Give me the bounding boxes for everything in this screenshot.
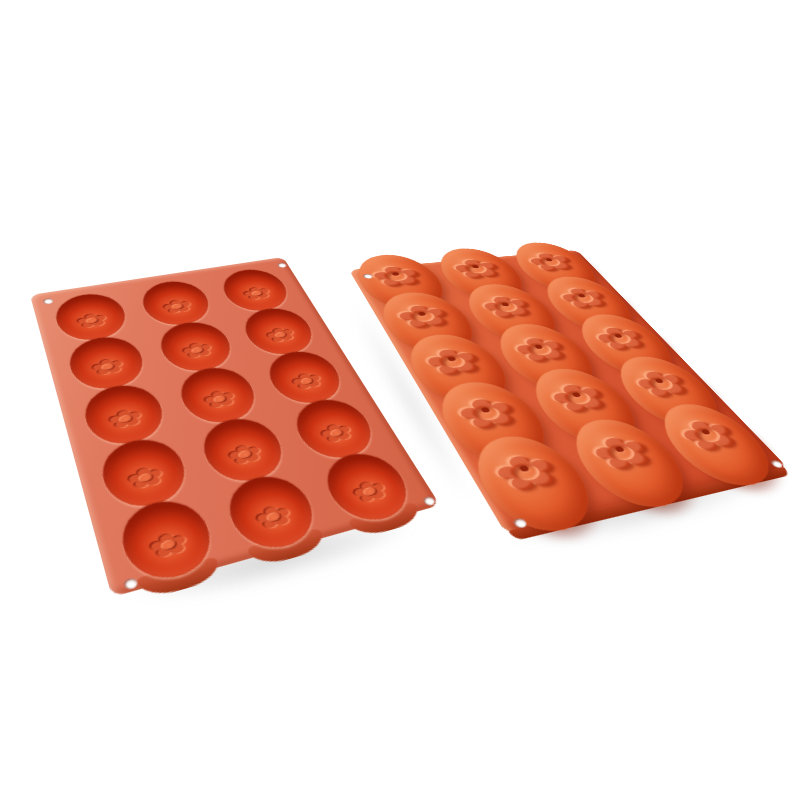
flower-cavity: ✿ (173, 363, 265, 429)
flower-cavity: ✿ (215, 266, 295, 315)
flower-relief-icon: ✿ (145, 527, 193, 565)
flower-relief-icon: ✿ (316, 420, 359, 448)
flower-relief-icon: ✿ (240, 284, 276, 303)
flower-cavity: ✿ (236, 304, 321, 359)
flower-relief-icon: ✿ (416, 342, 491, 382)
flower-relief-icon: ✿ (262, 324, 300, 346)
flower-relief-icon: ✿ (668, 412, 750, 459)
flower-relief-icon: ✿ (585, 321, 656, 356)
flower-relief-icon: ✿ (160, 297, 196, 318)
flower-relief-icon: ✿ (200, 387, 241, 413)
flower-relief-icon: ✿ (483, 445, 570, 500)
corner-hanging-hole (277, 262, 288, 268)
flower-relief-icon: ✿ (347, 476, 393, 508)
flower-relief-icon: ✿ (624, 364, 700, 405)
flower-relief-icon: ✿ (447, 390, 527, 437)
flower-relief-icon: ✿ (251, 500, 298, 535)
flower-cavity: ✿ (64, 333, 151, 395)
flower-relief-icon: ✿ (551, 283, 617, 314)
corner-hanging-hole (42, 298, 53, 305)
flower-relief-icon: ✿ (520, 249, 583, 276)
flower-relief-icon: ✿ (287, 369, 327, 394)
flower-relief-icon: ✿ (540, 377, 618, 420)
corner-hanging-hole (422, 496, 437, 507)
flower-cavity: ✿ (51, 290, 133, 345)
flower-cavity: ✿ (153, 318, 239, 376)
flower-relief-icon: ✿ (364, 261, 430, 291)
flower-cavity: ✿ (78, 380, 171, 451)
product-photo-scene: ✿✿✿✿✿✿✿✿✿✿✿✿✿✿✿ ✿✿✿✿✿✿✿✿✿✿✿✿✿✿✿ (0, 0, 800, 800)
flower-relief-icon: ✿ (224, 440, 268, 470)
flower-relief-icon: ✿ (89, 355, 128, 380)
flower-cavity: ✿ (95, 433, 195, 514)
flower-relief-icon: ✿ (473, 291, 541, 324)
flower-relief-icon: ✿ (580, 428, 664, 479)
flower-cavity: ✿ (136, 278, 217, 330)
flower-relief-icon: ✿ (445, 255, 509, 284)
flower-relief-icon: ✿ (389, 299, 459, 334)
flower-relief-icon: ✿ (124, 462, 169, 495)
flower-relief-icon: ✿ (179, 339, 218, 362)
corner-hanging-hole (123, 577, 139, 590)
flower-relief-icon: ✿ (504, 331, 577, 369)
flower-relief-icon: ✿ (74, 310, 111, 332)
flower-cavity: ✿ (260, 347, 351, 409)
flower-relief-icon: ✿ (105, 405, 147, 433)
